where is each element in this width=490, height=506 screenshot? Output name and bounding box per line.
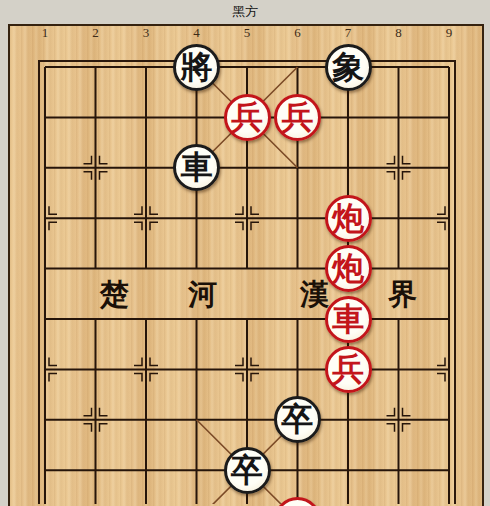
column-label-5: 5 <box>244 25 251 41</box>
black-pawn-a-glyph: 卒 <box>282 399 314 440</box>
red-pawn-a-glyph: 兵 <box>231 97 263 138</box>
red-pawn-c[interactable]: 兵 <box>325 346 372 393</box>
red-pawn-a[interactable]: 兵 <box>224 94 271 141</box>
black-elephant[interactable]: 象 <box>325 44 372 91</box>
column-label-2: 2 <box>92 25 99 41</box>
black-pawn-b[interactable]: 卒 <box>224 447 271 494</box>
red-cannon-a[interactable]: 炮 <box>325 195 372 242</box>
black-pawn-b-glyph: 卒 <box>231 450 263 491</box>
column-label-4: 4 <box>193 25 200 41</box>
black-elephant-glyph: 象 <box>332 47 364 88</box>
black-general[interactable]: 將 <box>173 44 220 91</box>
river-label-chu-he: 楚 河 <box>100 278 243 310</box>
red-pawn-c-glyph: 兵 <box>332 349 364 390</box>
red-cannon-b-glyph: 炮 <box>332 248 364 289</box>
black-pawn-a[interactable]: 卒 <box>274 396 321 443</box>
red-chariot-glyph: 車 <box>332 299 364 340</box>
board-surface[interactable]: 123456789 楚 河 漢 界 將象兵兵車炮炮車兵卒卒 <box>10 26 482 504</box>
column-label-7: 7 <box>345 25 352 41</box>
column-label-9: 9 <box>446 25 453 41</box>
xiangqi-app-window: { "game": "xiangqi (Chinese chess)", "wi… <box>0 0 490 506</box>
black-side-label: 黑方 <box>232 3 258 21</box>
xiangqi-board[interactable]: 123456789 楚 河 漢 界 將象兵兵車炮炮車兵卒卒 <box>8 24 484 506</box>
column-label-6: 6 <box>294 25 301 41</box>
black-chariot[interactable]: 車 <box>173 144 220 191</box>
column-label-3: 3 <box>143 25 150 41</box>
black-general-glyph: 將 <box>181 47 213 88</box>
river-label-han-jie: 漢 界 <box>300 278 443 310</box>
red-pawn-b-glyph: 兵 <box>282 97 314 138</box>
red-chariot[interactable]: 車 <box>325 296 372 343</box>
red-cannon-a-glyph: 炮 <box>332 198 364 239</box>
column-label-1: 1 <box>42 25 49 41</box>
black-chariot-glyph: 車 <box>181 147 213 188</box>
column-label-8: 8 <box>395 25 402 41</box>
red-pawn-b[interactable]: 兵 <box>274 94 321 141</box>
black-side-label-bar: 黑方 <box>0 0 490 24</box>
red-cannon-b[interactable]: 炮 <box>325 245 372 292</box>
